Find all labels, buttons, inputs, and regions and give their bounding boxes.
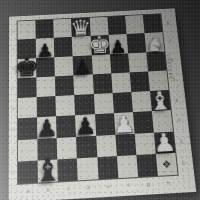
- square-d3: [75, 114, 95, 136]
- square-g6: [128, 52, 148, 72]
- rank-label-left-5: 5: [11, 85, 14, 91]
- rank-label-left-3: 3: [11, 126, 14, 132]
- square-g7: [126, 33, 146, 53]
- square-e2: [96, 134, 117, 157]
- square-g8: [125, 15, 145, 34]
- square-d6: [73, 55, 92, 75]
- square-d1: [77, 157, 98, 180]
- square-e1: [97, 156, 118, 179]
- square-a8: [18, 21, 36, 40]
- square-f7: [108, 34, 128, 54]
- square-g4: [131, 91, 152, 112]
- file-label-a: a: [27, 187, 30, 194]
- square-h7: [144, 32, 164, 52]
- square-b2: [37, 138, 57, 161]
- rank-label-left-8: 8: [11, 28, 14, 33]
- file-label-f: f: [127, 182, 129, 189]
- square-h3: [152, 110, 173, 132]
- square-e3: [95, 113, 116, 135]
- rank-label-right-1: 1: [182, 160, 186, 166]
- file-label-d: d: [87, 184, 91, 191]
- square-g2: [134, 132, 155, 155]
- square-f8: [107, 16, 126, 35]
- photo-background: ♛♚♞♟♟♚♟♝♟♟♟♟♝abcdefgh1122334455667788CHE…: [0, 0, 200, 200]
- square-c6: [55, 56, 74, 76]
- square-g3: [133, 111, 154, 133]
- square-a6: [18, 58, 37, 78]
- square-d2: [76, 135, 97, 158]
- square-h5: [148, 70, 169, 91]
- rank-label-left-1: 1: [11, 170, 14, 177]
- rank-label-left-7: 7: [11, 47, 14, 52]
- square-e7: [90, 35, 109, 55]
- square-b3: [37, 117, 57, 139]
- square-e6: [91, 54, 111, 74]
- square-b4: [37, 96, 56, 118]
- square-h8: [143, 14, 163, 33]
- rank-label-right-6: 6: [170, 57, 174, 63]
- square-f1: [117, 155, 138, 178]
- chess-board: ♛♚♞♟♟♚♟♝♟♟♟♟♝abcdefgh1122334455667788CHE…: [9, 8, 197, 200]
- square-b7: [36, 38, 55, 58]
- square-a2: [18, 139, 38, 162]
- square-a3: [18, 118, 38, 140]
- square-d5: [74, 74, 94, 95]
- square-f3: [114, 112, 135, 134]
- rank-label-right-7: 7: [168, 39, 172, 44]
- square-b8: [36, 20, 54, 39]
- square-g5: [129, 71, 149, 92]
- rank-label-right-4: 4: [175, 97, 179, 103]
- square-c7: [54, 37, 73, 57]
- rank-label-left-2: 2: [11, 148, 14, 154]
- square-e8: [89, 17, 108, 36]
- square-h4: [150, 90, 171, 111]
- square-h1: [156, 153, 178, 176]
- square-d7: [72, 36, 91, 56]
- square-f2: [115, 133, 136, 156]
- square-a7: [18, 39, 36, 59]
- square-c5: [55, 75, 74, 96]
- square-a4: [18, 97, 37, 119]
- file-label-b: b: [47, 186, 50, 193]
- square-h2: [154, 131, 176, 154]
- square-c4: [56, 95, 76, 116]
- rank-label-right-3: 3: [177, 117, 181, 123]
- square-b1: [38, 159, 58, 182]
- rank-label-left-6: 6: [11, 66, 14, 72]
- file-label-c: c: [67, 185, 70, 192]
- square-f6: [110, 53, 130, 73]
- square-e5: [92, 73, 112, 94]
- file-label-h: h: [166, 179, 170, 186]
- square-b6: [36, 57, 55, 77]
- square-d4: [75, 94, 95, 115]
- square-c1: [57, 158, 78, 181]
- square-c3: [56, 115, 76, 137]
- square-c2: [57, 136, 77, 159]
- file-label-g: g: [147, 181, 151, 188]
- square-f5: [111, 72, 131, 93]
- rank-label-right-8: 8: [166, 20, 170, 25]
- square-b5: [36, 76, 55, 97]
- file-label-e: e: [107, 183, 111, 190]
- square-f4: [112, 92, 132, 113]
- square-g1: [136, 154, 158, 177]
- square-a5: [18, 77, 37, 98]
- rank-label-right-2: 2: [179, 138, 183, 144]
- board-grid: [18, 14, 178, 184]
- square-h6: [146, 51, 166, 71]
- square-c8: [53, 19, 72, 38]
- square-e4: [93, 93, 113, 114]
- square-a1: [18, 160, 38, 183]
- rank-label-left-4: 4: [11, 106, 14, 112]
- rank-label-right-5: 5: [172, 77, 176, 83]
- square-d8: [71, 18, 90, 37]
